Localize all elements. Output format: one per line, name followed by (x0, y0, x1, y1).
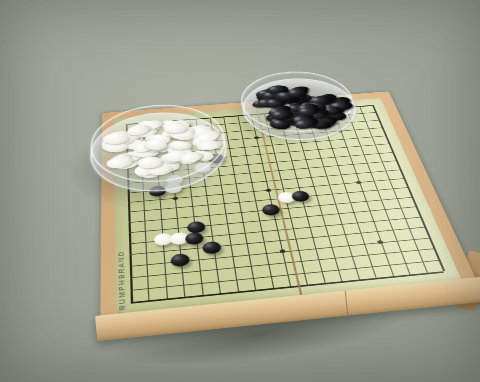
photo-scene: TRUMPHBRAND (0, 0, 480, 382)
star-point (279, 249, 285, 253)
fold-joint (344, 291, 348, 316)
star-point (356, 180, 362, 183)
grid-vertical-line (345, 107, 410, 275)
star-point (265, 188, 271, 191)
grid-vertical-line (359, 106, 428, 273)
star-point (377, 240, 384, 244)
